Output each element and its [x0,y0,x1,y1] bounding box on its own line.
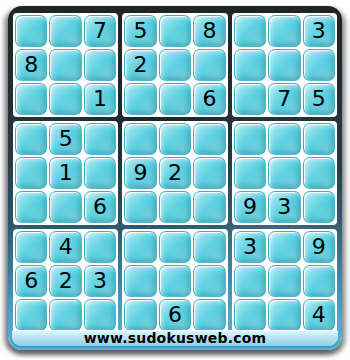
cell-r9-c9[interactable]: 4 [303,299,335,331]
cell-r2-c1[interactable]: 8 [15,49,47,81]
cell-r9-c1[interactable] [15,299,47,331]
cell-r3-c3[interactable]: 1 [84,83,116,115]
cell-r7-c5[interactable] [159,231,191,263]
cell-r8-c6[interactable] [193,265,225,297]
box-r3-c3: 394 [232,229,337,333]
cell-r8-c8[interactable] [268,265,300,297]
cell-r2-c8[interactable] [268,49,300,81]
cell-r5-c1[interactable] [15,157,47,189]
box-r1-c2: 5826 [122,13,227,117]
box-r2-c1: 516 [13,121,118,225]
cell-r4-c4[interactable] [124,123,156,155]
cell-r9-c8[interactable] [268,299,300,331]
box-r1-c1: 781 [13,13,118,117]
cell-r2-c2[interactable] [49,49,81,81]
cell-r8-c4[interactable] [124,265,156,297]
cell-r2-c4[interactable]: 2 [124,49,156,81]
cell-r9-c3[interactable] [84,299,116,331]
cell-r9-c2[interactable] [49,299,81,331]
box-r2-c2: 92 [122,121,227,225]
cell-r3-c4[interactable] [124,83,156,115]
sudoku-page: 7815826375516929346236394 www.sudokusweb… [0,0,350,360]
cell-r2-c7[interactable] [234,49,266,81]
box-r1-c3: 375 [232,13,337,117]
cell-r3-c6[interactable]: 6 [193,83,225,115]
cell-r8-c1[interactable]: 6 [15,265,47,297]
cell-r8-c3[interactable]: 3 [84,265,116,297]
cell-r3-c5[interactable] [159,83,191,115]
cell-r7-c7[interactable]: 3 [234,231,266,263]
cell-r7-c8[interactable] [268,231,300,263]
cell-r1-c7[interactable] [234,15,266,47]
cell-r4-c2[interactable]: 5 [49,123,81,155]
cell-r1-c2[interactable] [49,15,81,47]
box-r2-c3: 93 [232,121,337,225]
cell-r4-c3[interactable] [84,123,116,155]
cell-r8-c9[interactable] [303,265,335,297]
cell-r5-c5[interactable]: 2 [159,157,191,189]
cell-r3-c1[interactable] [15,83,47,115]
cell-r3-c7[interactable] [234,83,266,115]
cell-r3-c8[interactable]: 7 [268,83,300,115]
cell-r9-c5[interactable]: 6 [159,299,191,331]
cell-r7-c3[interactable] [84,231,116,263]
cell-r1-c9[interactable]: 3 [303,15,335,47]
cell-r1-c8[interactable] [268,15,300,47]
site-url[interactable]: www.sudokusweb.com [84,330,267,346]
cell-r5-c8[interactable] [268,157,300,189]
cell-r7-c2[interactable]: 4 [49,231,81,263]
cell-r2-c5[interactable] [159,49,191,81]
cell-r6-c1[interactable] [15,191,47,223]
cell-r7-c1[interactable] [15,231,47,263]
cell-r9-c7[interactable] [234,299,266,331]
footer-bar: www.sudokusweb.com [12,330,338,346]
cell-r6-c3[interactable]: 6 [84,191,116,223]
cell-r7-c4[interactable] [124,231,156,263]
cell-r9-c6[interactable] [193,299,225,331]
cell-r8-c7[interactable] [234,265,266,297]
cell-r5-c2[interactable]: 1 [49,157,81,189]
cell-r1-c1[interactable] [15,15,47,47]
cell-r5-c7[interactable] [234,157,266,189]
cell-r4-c9[interactable] [303,123,335,155]
cell-r1-c5[interactable] [159,15,191,47]
cell-r5-c9[interactable] [303,157,335,189]
cell-r6-c2[interactable] [49,191,81,223]
cell-r5-c3[interactable] [84,157,116,189]
sudoku-board: 7815826375516929346236394 [13,13,337,333]
cell-r6-c5[interactable] [159,191,191,223]
cell-r5-c6[interactable] [193,157,225,189]
cell-r6-c8[interactable]: 3 [268,191,300,223]
cell-r6-c6[interactable] [193,191,225,223]
cell-r4-c8[interactable] [268,123,300,155]
cell-r3-c9[interactable]: 5 [303,83,335,115]
cell-r8-c5[interactable] [159,265,191,297]
cell-r4-c6[interactable] [193,123,225,155]
cell-r7-c9[interactable]: 9 [303,231,335,263]
cell-r9-c4[interactable] [124,299,156,331]
cell-r4-c5[interactable] [159,123,191,155]
cell-r1-c3[interactable]: 7 [84,15,116,47]
cell-r1-c4[interactable]: 5 [124,15,156,47]
cell-r2-c6[interactable] [193,49,225,81]
cell-r7-c6[interactable] [193,231,225,263]
cell-r6-c9[interactable] [303,191,335,223]
box-r3-c2: 6 [122,229,227,333]
cell-r4-c1[interactable] [15,123,47,155]
cell-r5-c4[interactable]: 9 [124,157,156,189]
cell-r4-c7[interactable] [234,123,266,155]
cell-r6-c4[interactable] [124,191,156,223]
cell-r3-c2[interactable] [49,83,81,115]
board-frame: 7815826375516929346236394 www.sudokusweb… [8,6,342,350]
cell-r2-c9[interactable] [303,49,335,81]
box-r3-c1: 4623 [13,229,118,333]
cell-r6-c7[interactable]: 9 [234,191,266,223]
cell-r1-c6[interactable]: 8 [193,15,225,47]
cell-r8-c2[interactable]: 2 [49,265,81,297]
cell-r2-c3[interactable] [84,49,116,81]
